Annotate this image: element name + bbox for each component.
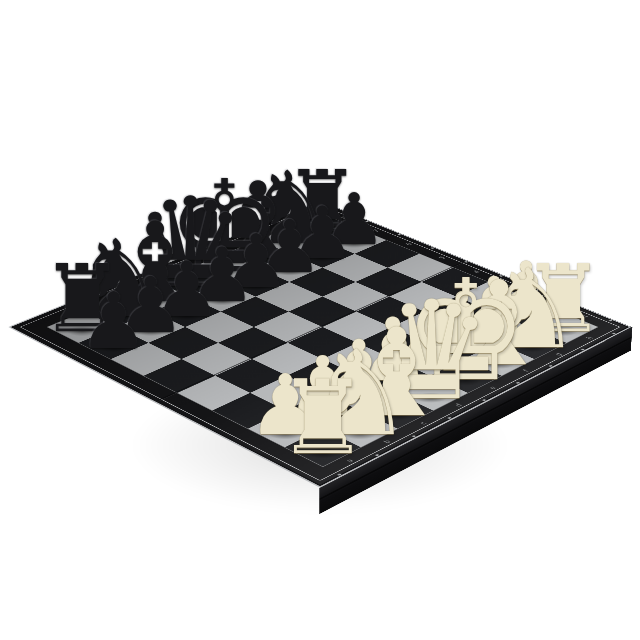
- frame-rivet: [608, 320, 612, 322]
- piece-white-rook-a1[interactable]: ♜: [277, 367, 369, 469]
- product-photo-scene: abcdefgh12345678 ♜♞♝♛♚♝♞♜♟♟♟♟♟♟♟♟♟♟♟♟♟♟♟…: [0, 0, 640, 640]
- frame-rivet: [397, 234, 401, 236]
- square-a4[interactable]: [178, 376, 251, 411]
- square-b5[interactable]: [181, 343, 252, 376]
- square-c5[interactable]: [218, 327, 288, 359]
- rank-label-6: 6: [404, 242, 413, 246]
- frame-rivet: [430, 247, 434, 249]
- piece-black-pawn-a7[interactable]: ♟: [79, 282, 149, 360]
- square-a5[interactable]: [144, 359, 216, 393]
